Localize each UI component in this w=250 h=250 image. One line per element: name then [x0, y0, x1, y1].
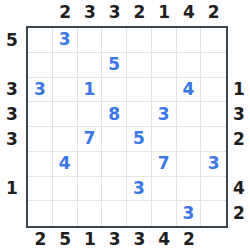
- cell-r6c1[interactable]: [28, 152, 53, 177]
- cell-r4c8[interactable]: [201, 102, 226, 127]
- cell-r2c6[interactable]: [152, 53, 177, 78]
- cell-r5c8[interactable]: [201, 127, 226, 152]
- top-clues: 2332142: [28, 2, 226, 22]
- right-clues: 13242: [229, 28, 249, 226]
- top-clue-3: 3: [78, 2, 103, 22]
- cell-r3c7[interactable]: 4: [177, 78, 202, 103]
- left-clue-2: [2, 53, 22, 78]
- top-clue-5: 2: [127, 2, 152, 22]
- cell-r6c8[interactable]: 3: [201, 152, 226, 177]
- cell-r3c6[interactable]: [152, 78, 177, 103]
- right-clue-7: 4: [229, 177, 249, 202]
- right-clue-4: 3: [229, 102, 249, 127]
- right-clue-5: 2: [229, 127, 249, 152]
- bottom-clue-4: 3: [102, 229, 127, 249]
- cell-r7c7[interactable]: [177, 177, 202, 202]
- cell-r3c8[interactable]: [201, 78, 226, 103]
- right-clue-6: [229, 152, 249, 177]
- right-clue-2: [229, 53, 249, 78]
- cell-r8c2[interactable]: [53, 201, 78, 226]
- cell-r4c5[interactable]: [127, 102, 152, 127]
- cell-r8c1[interactable]: [28, 201, 53, 226]
- cell-r6c2[interactable]: 4: [53, 152, 78, 177]
- cell-r4c2[interactable]: [53, 102, 78, 127]
- cell-r1c2[interactable]: 3: [53, 28, 78, 53]
- left-clues: 53331: [2, 28, 22, 226]
- bottom-clue-3: 1: [78, 229, 103, 249]
- cell-r8c6[interactable]: [152, 201, 177, 226]
- right-clue-1: [229, 28, 249, 53]
- top-clue-4: 3: [102, 2, 127, 22]
- bottom-clues: 2513342: [28, 229, 226, 249]
- entry-digit: 5: [108, 56, 120, 73]
- right-clue-3: 1: [229, 78, 249, 103]
- cell-r2c3[interactable]: [78, 53, 103, 78]
- cell-r4c7[interactable]: [177, 102, 202, 127]
- entry-digit: 7: [158, 155, 170, 172]
- entry-digit: 3: [182, 205, 194, 222]
- entry-digit: 7: [83, 130, 95, 147]
- cell-r5c1[interactable]: [28, 127, 53, 152]
- cell-r1c1[interactable]: [28, 28, 53, 53]
- cell-r7c2[interactable]: [53, 177, 78, 202]
- top-clue-7: 4: [177, 2, 202, 22]
- cell-r7c4[interactable]: [102, 177, 127, 202]
- top-clue-2: 2: [53, 2, 78, 22]
- cell-r2c1[interactable]: [28, 53, 53, 78]
- skyscrapers-puzzle: 2332142 53331 13242 2513342 353148375473…: [0, 0, 250, 250]
- cell-r3c4[interactable]: [102, 78, 127, 103]
- cell-r1c6[interactable]: [152, 28, 177, 53]
- cell-r5c2[interactable]: [53, 127, 78, 152]
- cell-r6c5[interactable]: [127, 152, 152, 177]
- cell-r2c2[interactable]: [53, 53, 78, 78]
- cell-r5c4[interactable]: [102, 127, 127, 152]
- entry-digit: 3: [59, 31, 71, 48]
- left-clue-5: 3: [2, 127, 22, 152]
- cell-r3c3[interactable]: 1: [78, 78, 103, 103]
- cell-r3c2[interactable]: [53, 78, 78, 103]
- left-clue-3: 3: [2, 78, 22, 103]
- cell-r1c7[interactable]: [177, 28, 202, 53]
- cell-r1c4[interactable]: [102, 28, 127, 53]
- cell-r4c4[interactable]: 8: [102, 102, 127, 127]
- top-clue-1: [28, 2, 53, 22]
- bottom-clue-1: 2: [28, 229, 53, 249]
- cell-r2c4[interactable]: 5: [102, 53, 127, 78]
- cell-r4c6[interactable]: 3: [152, 102, 177, 127]
- cell-r7c8[interactable]: [201, 177, 226, 202]
- cell-r5c6[interactable]: [152, 127, 177, 152]
- cell-r3c5[interactable]: [127, 78, 152, 103]
- right-clue-8: 2: [229, 201, 249, 226]
- cell-r5c7[interactable]: [177, 127, 202, 152]
- entry-digit: 5: [133, 130, 145, 147]
- cell-r8c4[interactable]: [102, 201, 127, 226]
- left-clue-7: 1: [2, 177, 22, 202]
- bottom-clue-6: 4: [152, 229, 177, 249]
- cell-r2c7[interactable]: [177, 53, 202, 78]
- bottom-clue-8: [201, 229, 226, 249]
- cell-r2c8[interactable]: [201, 53, 226, 78]
- board: 35314837547333: [26, 26, 228, 228]
- cell-r7c1[interactable]: [28, 177, 53, 202]
- bottom-clue-5: 3: [127, 229, 152, 249]
- left-clue-8: [2, 201, 22, 226]
- cell-r2c5[interactable]: [127, 53, 152, 78]
- cell-r1c8[interactable]: [201, 28, 226, 53]
- cell-r5c5[interactable]: 5: [127, 127, 152, 152]
- left-clue-6: [2, 152, 22, 177]
- top-clue-8: 2: [201, 2, 226, 22]
- cell-r7c6[interactable]: [152, 177, 177, 202]
- cell-r5c3[interactable]: 7: [78, 127, 103, 152]
- entry-digit: 3: [158, 106, 170, 123]
- cell-r7c5[interactable]: 3: [127, 177, 152, 202]
- cell-r6c6[interactable]: 7: [152, 152, 177, 177]
- cell-r6c7[interactable]: [177, 152, 202, 177]
- entry-digit: 8: [108, 106, 120, 123]
- bottom-clue-2: 5: [53, 229, 78, 249]
- cell-r4c1[interactable]: [28, 102, 53, 127]
- entry-digit: 3: [208, 155, 220, 172]
- cell-r1c3[interactable]: [78, 28, 103, 53]
- entry-digit: 1: [83, 81, 95, 98]
- entry-digit: 3: [133, 180, 145, 197]
- cell-r6c4[interactable]: [102, 152, 127, 177]
- left-clue-4: 3: [2, 102, 22, 127]
- cell-r1c5[interactable]: [127, 28, 152, 53]
- cell-r3c1[interactable]: 3: [28, 78, 53, 103]
- left-clue-1: 5: [2, 28, 22, 53]
- entry-digit: 4: [59, 155, 71, 172]
- cell-r7c3[interactable]: [78, 177, 103, 202]
- cell-r8c8[interactable]: [201, 201, 226, 226]
- cell-r6c3[interactable]: [78, 152, 103, 177]
- top-clue-6: 1: [152, 2, 177, 22]
- cell-r4c3[interactable]: [78, 102, 103, 127]
- cell-r8c5[interactable]: [127, 201, 152, 226]
- entry-digit: 4: [182, 81, 194, 98]
- cell-r8c7[interactable]: 3: [177, 201, 202, 226]
- cell-r8c3[interactable]: [78, 201, 103, 226]
- entry-digit: 3: [34, 81, 46, 98]
- bottom-clue-7: 2: [177, 229, 202, 249]
